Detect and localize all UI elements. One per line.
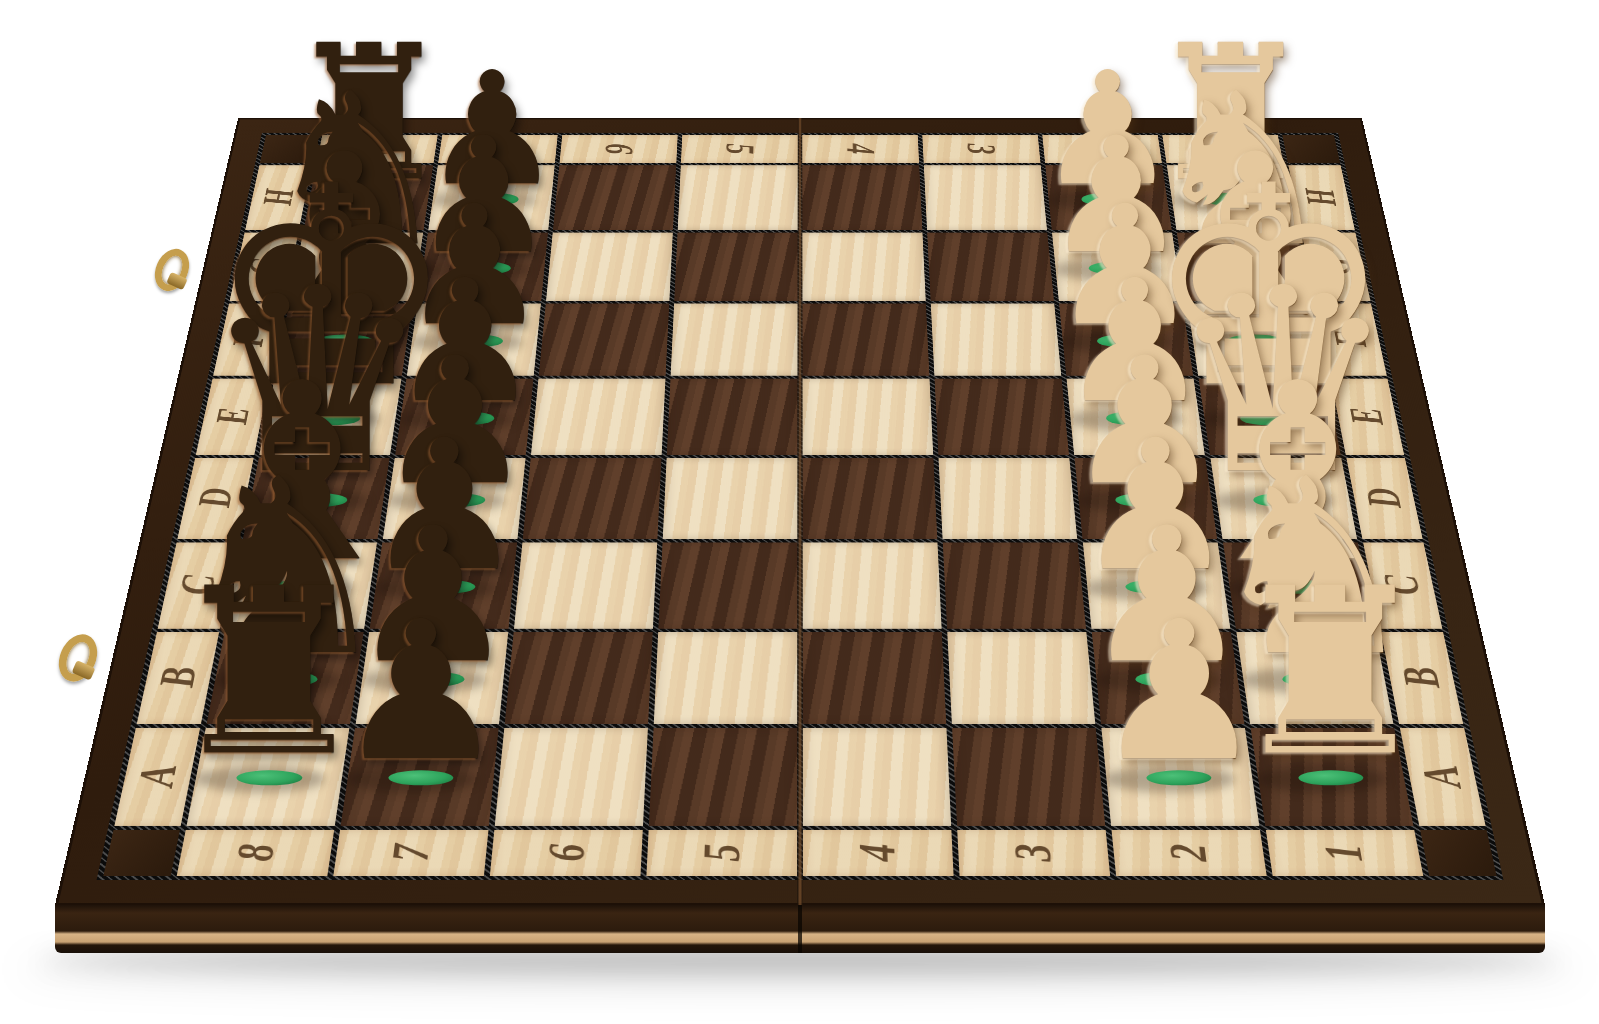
square-a3[interactable] — [952, 728, 1105, 826]
rank-label-top-3: 3 — [922, 135, 1040, 163]
rank-label-bottom-3-text: 3 — [1007, 844, 1059, 862]
rank-label-bottom-5-text: 5 — [696, 844, 748, 862]
rank-label-bottom-7-text: 7 — [385, 844, 438, 862]
rank-label-top-4: 4 — [802, 135, 919, 163]
clasp-ring-icon — [148, 243, 195, 296]
rank-label-bottom-7: 7 — [333, 830, 488, 876]
square-d6[interactable] — [523, 458, 662, 539]
corner-block — [1420, 830, 1497, 876]
rank-label-top-6: 6 — [560, 135, 678, 163]
corner-block — [103, 830, 180, 876]
rank-label-bottom-4: 4 — [803, 830, 954, 876]
square-h4[interactable] — [802, 165, 922, 230]
square-h6[interactable] — [553, 165, 676, 230]
square-e5[interactable] — [667, 379, 798, 455]
square-f4[interactable] — [802, 304, 929, 376]
rank-label-bottom-2-text: 2 — [1162, 844, 1215, 862]
rank-label-bottom-8: 8 — [177, 830, 334, 876]
square-g5[interactable] — [674, 233, 797, 301]
board-fold-seam — [797, 118, 803, 905]
square-e6[interactable] — [531, 379, 665, 455]
square-b3[interactable] — [947, 632, 1095, 724]
piece-white-rook-a1[interactable]: ♜ — [1228, 558, 1434, 788]
square-e4[interactable] — [803, 379, 934, 455]
square-g3[interactable] — [927, 233, 1054, 301]
square-b6[interactable] — [505, 632, 653, 724]
rank-label-bottom-1: 1 — [1266, 830, 1423, 876]
square-e3[interactable] — [935, 379, 1069, 455]
rank-label-bottom-6-text: 6 — [541, 844, 593, 862]
rank-label-top-4-text: 4 — [840, 144, 880, 155]
brass-clasp-upper — [148, 243, 195, 296]
square-h3[interactable] — [924, 165, 1047, 230]
brass-clasp-lower — [52, 628, 105, 688]
photo-scene: 87654321HHGGFFEEDDCCBBAA87654321 ♜♟♟♜♞♟♟… — [0, 0, 1599, 1024]
square-c4[interactable] — [803, 542, 942, 628]
square-b4[interactable] — [803, 632, 946, 724]
square-f6[interactable] — [539, 304, 669, 376]
square-c5[interactable] — [658, 542, 797, 628]
square-d4[interactable] — [803, 458, 938, 539]
square-c3[interactable] — [943, 542, 1086, 628]
square-g4[interactable] — [802, 233, 925, 301]
rank-label-top-5-text: 5 — [720, 144, 760, 155]
square-d5[interactable] — [663, 458, 798, 539]
board-front-edge — [55, 903, 1545, 953]
square-f5[interactable] — [671, 304, 798, 376]
piece-black-pawn-a7[interactable]: ♟ — [335, 596, 507, 788]
rank-label-bottom-2: 2 — [1112, 830, 1267, 876]
rank-label-top-6-text: 6 — [599, 144, 640, 155]
rank-label-bottom-6: 6 — [490, 830, 643, 876]
square-c6[interactable] — [514, 542, 657, 628]
square-g6[interactable] — [546, 233, 673, 301]
clasp-ring-icon — [52, 628, 105, 688]
square-a5[interactable] — [649, 728, 797, 826]
square-d3[interactable] — [939, 458, 1078, 539]
square-f3[interactable] — [931, 304, 1061, 376]
square-a4[interactable] — [803, 728, 951, 826]
square-b5[interactable] — [654, 632, 797, 724]
square-a6[interactable] — [495, 728, 648, 826]
rank-label-bottom-4-text: 4 — [852, 844, 904, 862]
square-h5[interactable] — [678, 165, 798, 230]
front-edge-fold-seam — [798, 903, 802, 953]
rank-label-bottom-3: 3 — [957, 830, 1110, 876]
rank-label-bottom-5: 5 — [646, 830, 797, 876]
rank-label-bottom-8-text: 8 — [229, 844, 283, 862]
rank-label-bottom-1-text: 1 — [1317, 844, 1371, 862]
rank-label-top-3-text: 3 — [961, 144, 1002, 155]
rank-label-top-5: 5 — [681, 135, 798, 163]
